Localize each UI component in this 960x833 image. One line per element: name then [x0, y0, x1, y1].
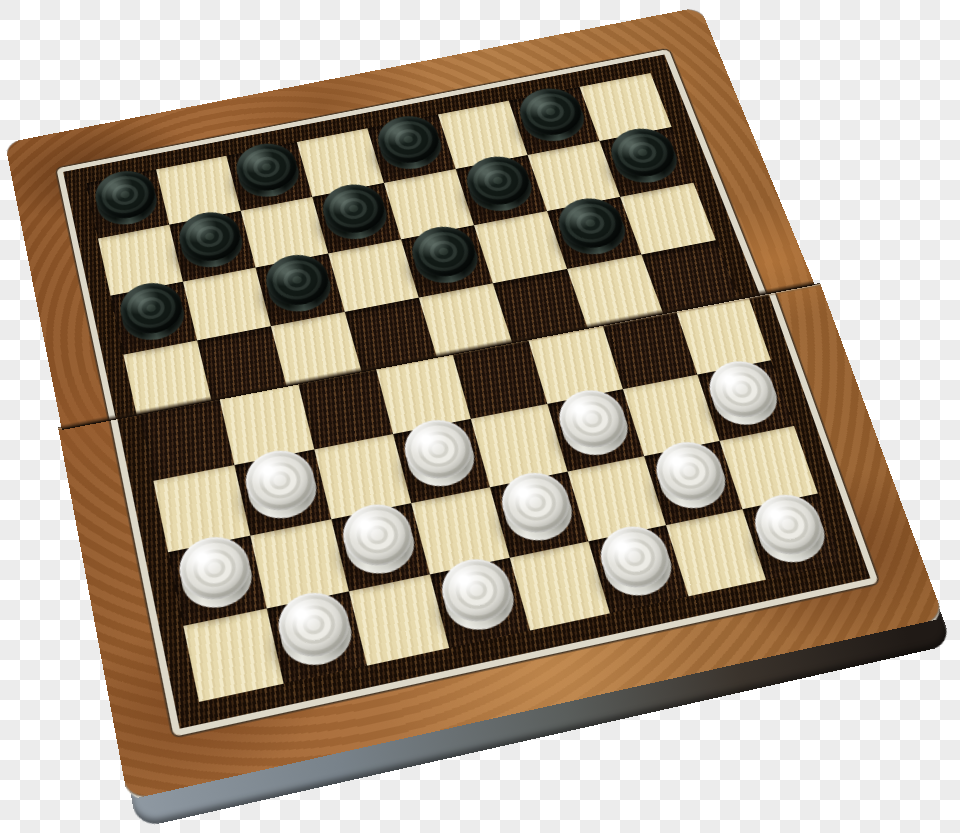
dark-piece-r2c4[interactable] — [406, 222, 485, 290]
transparent-background — [0, 0, 960, 833]
dark-piece-r1c7[interactable] — [604, 124, 685, 190]
dark-piece-r2c2[interactable] — [260, 250, 336, 319]
white-piece-r7c1[interactable] — [272, 587, 358, 674]
white-piece-r6c6[interactable] — [649, 437, 734, 517]
white-piece-r7c3[interactable] — [435, 553, 521, 638]
dark-piece-r2c6[interactable] — [551, 193, 632, 261]
white-piece-r6c0[interactable] — [174, 531, 258, 616]
white-piece-r6c2[interactable] — [337, 499, 422, 582]
dark-piece-r0c0[interactable] — [91, 166, 162, 231]
dark-piece-r2c0[interactable] — [115, 278, 189, 347]
white-piece-r6c4[interactable] — [495, 467, 580, 548]
dark-piece-r1c5[interactable] — [460, 152, 539, 218]
white-piece-r5c1[interactable] — [240, 445, 323, 526]
white-piece-r5c5[interactable] — [552, 385, 635, 463]
white-piece-r5c3[interactable] — [398, 415, 481, 495]
white-piece-r5c7[interactable] — [702, 356, 786, 432]
dark-piece-r0c2[interactable] — [231, 139, 305, 204]
dark-piece-r0c6[interactable] — [513, 84, 591, 148]
white-piece-r7c7[interactable] — [747, 489, 833, 570]
dark-piece-r0c4[interactable] — [372, 111, 448, 175]
dark-piece-r1c3[interactable] — [317, 179, 393, 245]
dark-piece-r1c1[interactable] — [174, 207, 248, 274]
white-piece-r7c5[interactable] — [593, 521, 679, 604]
